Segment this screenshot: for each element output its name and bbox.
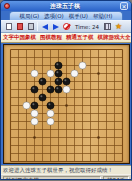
black-stone[interactable] [54, 62, 61, 69]
status-message-bar: 欢迎进入连珠五子棋世界，祝您取得好成绩！ [1, 165, 131, 174]
window-title: 连珠五子棋 [10, 1, 120, 11]
stone-highlight [32, 87, 34, 89]
redo-move-button[interactable] [51, 22, 60, 32]
stone-highlight [56, 63, 58, 65]
board-grid-icon [104, 23, 111, 30]
black-stone[interactable] [54, 86, 61, 93]
black-stone[interactable] [38, 78, 45, 85]
save-game-icon [28, 23, 34, 30]
white-stone[interactable] [78, 62, 85, 69]
stop-button[interactable] [62, 22, 71, 32]
time-label: Time: 24 [73, 24, 101, 30]
star-point [33, 136, 36, 139]
menu-item-1[interactable]: 选项(O) [44, 12, 64, 20]
game-window: 连珠五子棋 ✕ 棋局(G)选项(O)棋手(U)帮助(H) Time: 24 ★ … [0, 0, 132, 180]
favorite-button[interactable]: ★ [114, 22, 123, 32]
white-stone[interactable] [46, 70, 53, 77]
black-stone[interactable] [54, 78, 61, 85]
menu-item-2[interactable]: 棋手(U) [69, 12, 88, 20]
status-bar: 轮到黑方走棋 第24手 [1, 174, 131, 180]
banner-link-1[interactable]: 围棋教程 [40, 34, 62, 41]
white-stone[interactable] [30, 118, 37, 125]
ad-banner: 文字中国象棋围棋教程精通五子棋棋牌游戏大全数学智力游戏 [1, 33, 131, 43]
board-area [1, 43, 131, 165]
stone-highlight [48, 87, 50, 89]
stone-highlight [40, 79, 42, 81]
stone-highlight [56, 87, 58, 89]
menu-item-3[interactable]: 帮助(H) [93, 12, 112, 20]
toolbar-separator [37, 22, 38, 31]
move-counter: 第24手 [103, 176, 129, 181]
stone-highlight [48, 103, 50, 105]
black-stone[interactable] [30, 86, 37, 93]
open-game-icon [17, 23, 23, 30]
undo-move-icon [42, 24, 48, 30]
banner-link-3[interactable]: 棋牌游戏大全 [98, 34, 131, 41]
black-stone[interactable] [38, 94, 45, 101]
white-stone[interactable] [70, 70, 77, 77]
favorite-icon: ★ [115, 23, 122, 31]
black-stone[interactable] [46, 102, 53, 109]
open-game-button[interactable] [15, 22, 24, 32]
board-view-button[interactable] [103, 22, 112, 32]
white-stone[interactable] [30, 110, 37, 117]
turn-indicator: 轮到黑方走棋 [3, 176, 101, 181]
stone-highlight [32, 103, 34, 105]
menu-bar: 棋局(G)选项(O)棋手(U)帮助(H) [9, 11, 123, 20]
stone-highlight [40, 95, 42, 97]
white-stone[interactable] [46, 118, 53, 125]
banner-link-0[interactable]: 文字中国象棋 [3, 34, 36, 41]
save-game-button[interactable] [26, 22, 35, 32]
banner-link-2[interactable]: 精通五子棋 [66, 34, 94, 41]
black-stone[interactable] [30, 102, 37, 109]
stone-highlight [64, 79, 66, 81]
title-bar[interactable]: 连珠五子棋 ✕ [1, 1, 131, 11]
stone-highlight [56, 71, 58, 73]
redo-move-icon [53, 24, 59, 30]
stone-highlight [56, 79, 58, 81]
toolbar: Time: 24 ★ [1, 20, 131, 33]
white-stone[interactable] [22, 102, 29, 109]
board-grid [4, 45, 129, 163]
white-stone[interactable] [30, 70, 37, 77]
white-stone[interactable] [62, 86, 69, 93]
star-point [65, 104, 68, 107]
black-stone[interactable] [62, 78, 69, 85]
menu-item-0[interactable]: 棋局(G) [20, 12, 40, 20]
undo-move-button[interactable] [40, 22, 49, 32]
star-point [97, 136, 100, 139]
gomoku-board[interactable] [3, 44, 130, 164]
star-point [97, 72, 100, 75]
stop-icon [63, 23, 70, 30]
new-game-icon [6, 23, 12, 30]
black-stone[interactable] [54, 70, 61, 77]
white-stone[interactable] [46, 110, 53, 117]
close-button[interactable]: ✕ [120, 2, 128, 10]
new-game-button[interactable] [4, 22, 13, 32]
black-stone[interactable] [46, 86, 53, 93]
